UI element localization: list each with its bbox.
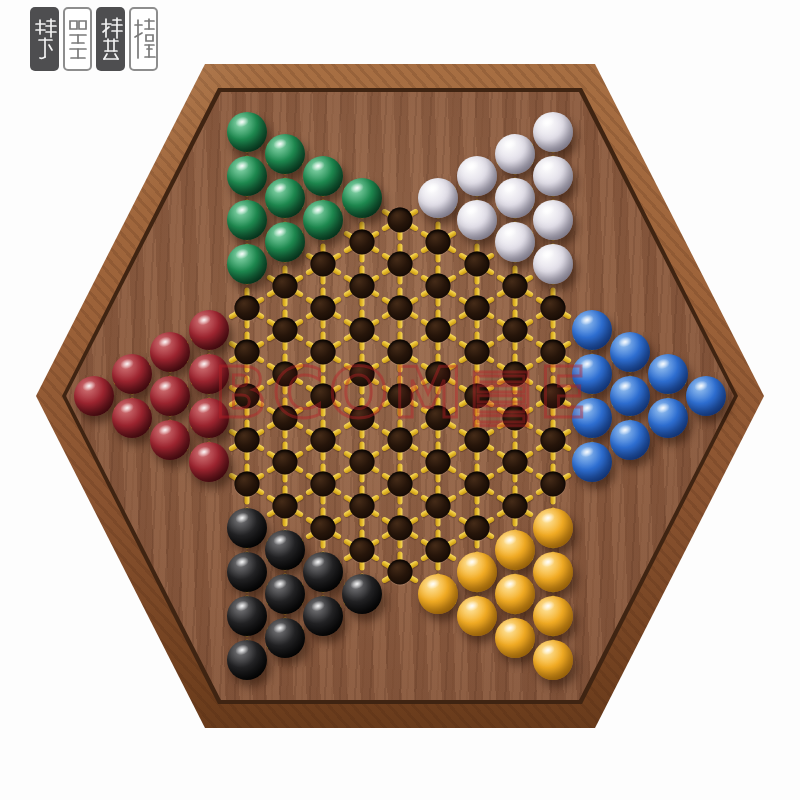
board-hole[interactable] — [464, 516, 489, 541]
marble-white[interactable] — [457, 200, 497, 240]
marble-blue[interactable] — [572, 398, 612, 438]
marble-red[interactable] — [189, 354, 229, 394]
marble-highlight — [540, 511, 556, 524]
marble-highlight — [502, 225, 518, 238]
board-hole[interactable] — [273, 494, 298, 519]
board-hole[interactable] — [273, 318, 298, 343]
marble-highlight — [693, 379, 709, 392]
marble-highlight — [463, 555, 479, 568]
marble-black[interactable] — [227, 552, 267, 592]
board-hole[interactable] — [388, 472, 413, 497]
marble-blue[interactable] — [610, 420, 650, 460]
board-hole[interactable] — [388, 208, 413, 233]
marble-highlight — [502, 137, 518, 150]
board-hole[interactable] — [311, 340, 336, 365]
board-hole[interactable] — [234, 428, 259, 453]
board-hole[interactable] — [388, 252, 413, 277]
board-hole[interactable] — [311, 516, 336, 541]
marble-white[interactable] — [533, 200, 573, 240]
board-hole[interactable] — [464, 428, 489, 453]
board-hole[interactable] — [502, 406, 527, 431]
marble-highlight — [195, 357, 211, 370]
marble-highlight — [578, 313, 594, 326]
marble-highlight — [578, 445, 594, 458]
board-hole[interactable] — [502, 450, 527, 475]
marble-red[interactable] — [150, 420, 190, 460]
marble-highlight — [310, 159, 326, 172]
board-hole[interactable] — [464, 296, 489, 321]
marble-highlight — [578, 357, 594, 370]
board-hole[interactable] — [234, 472, 259, 497]
marble-green[interactable] — [265, 178, 305, 218]
marble-highlight — [234, 511, 250, 524]
marble-white[interactable] — [457, 156, 497, 196]
marble-highlight — [272, 181, 288, 194]
board-hole[interactable] — [311, 296, 336, 321]
board-hole[interactable] — [349, 230, 374, 255]
marble-highlight — [272, 577, 288, 590]
marble-highlight — [119, 401, 135, 414]
marble-highlight — [425, 577, 441, 590]
marble-blue[interactable] — [686, 376, 726, 416]
marble-highlight — [502, 181, 518, 194]
marble-highlight — [157, 423, 173, 436]
marble-red[interactable] — [150, 332, 190, 372]
board-hole[interactable] — [388, 560, 413, 585]
marble-highlight — [234, 159, 250, 172]
board-hole[interactable] — [388, 384, 413, 409]
board-hole[interactable] — [464, 384, 489, 409]
marble-green[interactable] — [227, 200, 267, 240]
marble-white[interactable] — [533, 112, 573, 152]
marble-highlight — [463, 599, 479, 612]
board-hole[interactable] — [502, 274, 527, 299]
marble-highlight — [310, 555, 326, 568]
marble-yellow[interactable] — [418, 574, 458, 614]
marble-highlight — [272, 137, 288, 150]
marble-yellow[interactable] — [457, 552, 497, 592]
marble-white[interactable] — [533, 244, 573, 284]
board-hole[interactable] — [311, 428, 336, 453]
board-hole[interactable] — [349, 494, 374, 519]
marble-highlight — [540, 555, 556, 568]
board-hole[interactable] — [273, 274, 298, 299]
marble-green[interactable] — [303, 200, 343, 240]
board-hole[interactable] — [388, 428, 413, 453]
marble-highlight — [272, 533, 288, 546]
marble-green[interactable] — [342, 178, 382, 218]
board-hole[interactable] — [464, 472, 489, 497]
marble-yellow[interactable] — [495, 530, 535, 570]
marble-highlight — [195, 313, 211, 326]
marble-blue[interactable] — [610, 376, 650, 416]
board-hole[interactable] — [349, 538, 374, 563]
marble-blue[interactable] — [572, 354, 612, 394]
board-hole[interactable] — [426, 230, 451, 255]
marble-highlight — [617, 335, 633, 348]
board-hole[interactable] — [541, 428, 566, 453]
board-hole[interactable] — [273, 362, 298, 387]
board-hole[interactable] — [502, 362, 527, 387]
marble-green[interactable] — [303, 156, 343, 196]
marble-highlight — [157, 335, 173, 348]
marble-highlight — [502, 577, 518, 590]
marble-green[interactable] — [227, 244, 267, 284]
board-hole[interactable] — [273, 406, 298, 431]
board-hole[interactable] — [541, 340, 566, 365]
marble-highlight — [425, 181, 441, 194]
board-hole[interactable] — [349, 406, 374, 431]
board-hole[interactable] — [349, 362, 374, 387]
marble-highlight — [234, 643, 250, 656]
marble-red[interactable] — [189, 310, 229, 350]
board-hole[interactable] — [311, 472, 336, 497]
marble-highlight — [540, 203, 556, 216]
marble-green[interactable] — [227, 112, 267, 152]
marble-highlight — [502, 621, 518, 634]
board-hole[interactable] — [464, 340, 489, 365]
marble-blue[interactable] — [572, 442, 612, 482]
board-hole[interactable] — [234, 384, 259, 409]
marble-highlight — [655, 357, 671, 370]
marble-highlight — [617, 423, 633, 436]
board-hole[interactable] — [464, 252, 489, 277]
board-hole[interactable] — [234, 296, 259, 321]
marble-black[interactable] — [303, 552, 343, 592]
marble-highlight — [272, 225, 288, 238]
marble-highlight — [157, 379, 173, 392]
marble-green[interactable] — [227, 156, 267, 196]
board-hole[interactable] — [426, 318, 451, 343]
marble-blue[interactable] — [610, 332, 650, 372]
marble-highlight — [540, 159, 556, 172]
marble-yellow[interactable] — [533, 552, 573, 592]
board-hole[interactable] — [541, 296, 566, 321]
board-hole[interactable] — [388, 296, 413, 321]
marble-highlight — [234, 247, 250, 260]
marble-green[interactable] — [265, 222, 305, 262]
marble-yellow[interactable] — [495, 618, 535, 658]
marble-red[interactable] — [189, 398, 229, 438]
marble-white[interactable] — [533, 156, 573, 196]
marble-highlight — [540, 247, 556, 260]
marble-highlight — [349, 181, 365, 194]
marble-highlight — [234, 555, 250, 568]
marble-highlight — [349, 577, 365, 590]
board-hole[interactable] — [349, 318, 374, 343]
product-photo: BCOM▤E — [0, 0, 800, 800]
marble-highlight — [272, 621, 288, 634]
marble-white[interactable] — [495, 178, 535, 218]
marble-white[interactable] — [418, 178, 458, 218]
board-hole[interactable] — [426, 362, 451, 387]
board-hole[interactable] — [234, 340, 259, 365]
marble-red[interactable] — [112, 354, 152, 394]
marble-red[interactable] — [189, 442, 229, 482]
marble-highlight — [578, 401, 594, 414]
marble-white[interactable] — [495, 134, 535, 174]
board-hole[interactable] — [349, 450, 374, 475]
marble-highlight — [502, 533, 518, 546]
board-hole[interactable] — [388, 516, 413, 541]
marble-highlight — [310, 203, 326, 216]
marble-highlight — [463, 159, 479, 172]
marble-black[interactable] — [227, 640, 267, 680]
board-hole[interactable] — [426, 538, 451, 563]
marble-black[interactable] — [227, 508, 267, 548]
marble-black[interactable] — [227, 596, 267, 636]
marble-red[interactable] — [74, 376, 114, 416]
board-hole[interactable] — [426, 406, 451, 431]
marble-blue[interactable] — [648, 398, 688, 438]
marble-highlight — [234, 599, 250, 612]
marble-black[interactable] — [265, 530, 305, 570]
board-hole[interactable] — [388, 340, 413, 365]
marble-black[interactable] — [265, 574, 305, 614]
board-hole[interactable] — [311, 252, 336, 277]
board-hole[interactable] — [502, 494, 527, 519]
marble-white[interactable] — [495, 222, 535, 262]
marble-green[interactable] — [265, 134, 305, 174]
board-hole[interactable] — [349, 274, 374, 299]
marble-black[interactable] — [265, 618, 305, 658]
marble-highlight — [540, 599, 556, 612]
marble-black[interactable] — [303, 596, 343, 636]
marble-highlight — [540, 115, 556, 128]
marble-highlight — [80, 379, 96, 392]
marble-highlight — [195, 401, 211, 414]
board-hole[interactable] — [311, 384, 336, 409]
marble-highlight — [234, 203, 250, 216]
board-hole[interactable] — [426, 274, 451, 299]
marble-yellow[interactable] — [533, 596, 573, 636]
marble-yellow[interactable] — [495, 574, 535, 614]
board-hole[interactable] — [273, 450, 298, 475]
marble-highlight — [617, 379, 633, 392]
board-hole[interactable] — [541, 384, 566, 409]
marble-red[interactable] — [150, 376, 190, 416]
marble-highlight — [119, 357, 135, 370]
marble-highlight — [655, 401, 671, 414]
marble-highlight — [310, 599, 326, 612]
marble-blue[interactable] — [648, 354, 688, 394]
board-hole[interactable] — [426, 494, 451, 519]
marble-yellow[interactable] — [533, 508, 573, 548]
marble-highlight — [195, 445, 211, 458]
board-hole[interactable] — [426, 450, 451, 475]
marble-yellow[interactable] — [533, 640, 573, 680]
board-hole[interactable] — [502, 318, 527, 343]
marble-blue[interactable] — [572, 310, 612, 350]
marble-black[interactable] — [342, 574, 382, 614]
chinese-checkers-board — [0, 0, 800, 800]
marble-highlight — [540, 643, 556, 656]
marble-highlight — [463, 203, 479, 216]
marble-red[interactable] — [112, 398, 152, 438]
marble-highlight — [234, 115, 250, 128]
board-hole[interactable] — [541, 472, 566, 497]
marble-yellow[interactable] — [457, 596, 497, 636]
